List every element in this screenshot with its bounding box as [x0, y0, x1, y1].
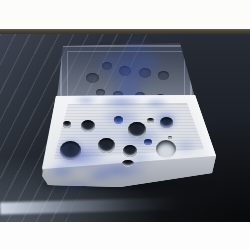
letterbox-bottom: [0, 222, 250, 250]
storage-tray: [40, 92, 218, 190]
photo-frame: [0, 0, 250, 250]
letterbox-top: [0, 0, 250, 29]
